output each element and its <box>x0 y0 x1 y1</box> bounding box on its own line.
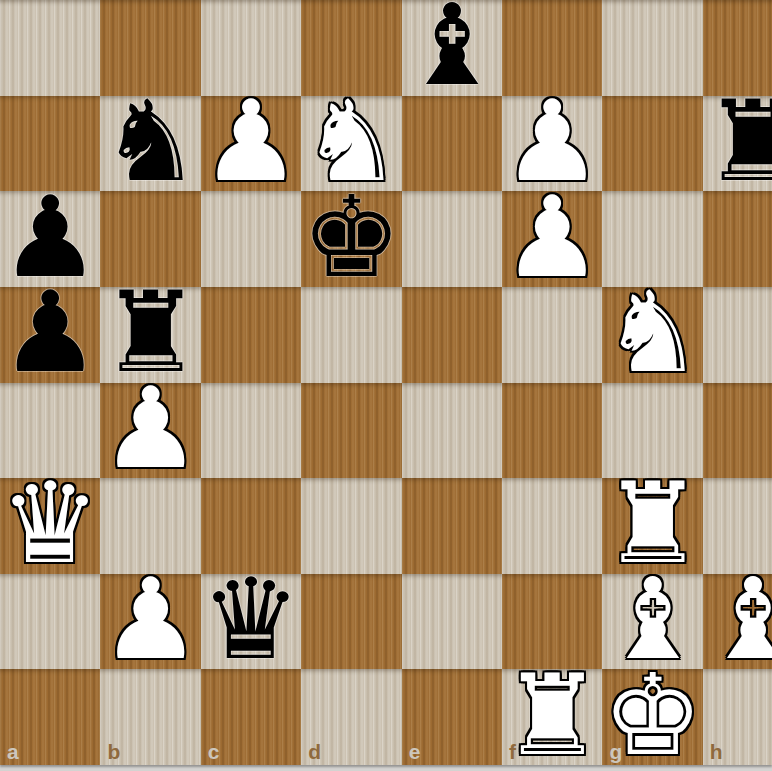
square-b4[interactable]: ♟ <box>100 383 200 479</box>
square-f1[interactable]: f♜ <box>502 669 602 765</box>
white-queen[interactable]: ♛ <box>0 476 100 571</box>
white-king[interactable]: ♚ <box>602 668 702 763</box>
square-a8[interactable] <box>0 0 100 96</box>
square-h5[interactable]: 5 <box>703 287 772 383</box>
black-knight[interactable]: ♞ <box>100 94 200 189</box>
black-queen[interactable]: ♛ <box>201 572 301 667</box>
square-h2[interactable]: 2♝ <box>703 574 772 670</box>
square-b7[interactable]: ♞ <box>100 96 200 192</box>
square-f6[interactable]: ♟ <box>502 191 602 287</box>
white-pawn[interactable]: ♟ <box>201 94 301 189</box>
square-e5[interactable] <box>402 287 502 383</box>
square-e1[interactable]: e <box>402 669 502 765</box>
file-label-b: b <box>107 741 120 762</box>
square-c4[interactable] <box>201 383 301 479</box>
square-c5[interactable] <box>201 287 301 383</box>
square-e8[interactable]: ♝ <box>402 0 502 96</box>
file-label-e: e <box>409 741 421 762</box>
black-pawn[interactable]: ♟ <box>0 285 100 380</box>
square-g5[interactable]: ♞ <box>602 287 702 383</box>
square-d3[interactable] <box>301 478 401 574</box>
square-d4[interactable] <box>301 383 401 479</box>
square-e4[interactable] <box>402 383 502 479</box>
black-king[interactable]: ♚ <box>301 190 401 285</box>
square-g1[interactable]: g♚ <box>602 669 702 765</box>
square-h7[interactable]: 7♜ <box>703 96 772 192</box>
white-knight[interactable]: ♞ <box>602 285 702 380</box>
square-a5[interactable]: ♟ <box>0 287 100 383</box>
white-pawn[interactable]: ♟ <box>100 572 200 667</box>
square-a3[interactable]: ♛ <box>0 478 100 574</box>
white-rook[interactable]: ♜ <box>502 668 602 763</box>
square-e6[interactable] <box>402 191 502 287</box>
square-d1[interactable]: d <box>301 669 401 765</box>
square-g7[interactable] <box>602 96 702 192</box>
square-a1[interactable]: a <box>0 669 100 765</box>
file-label-h: h <box>710 741 723 762</box>
square-d6[interactable]: ♚ <box>301 191 401 287</box>
white-pawn[interactable]: ♟ <box>502 190 602 285</box>
file-label-c: c <box>208 741 220 762</box>
black-rook[interactable]: ♜ <box>703 94 772 189</box>
square-f3[interactable] <box>502 478 602 574</box>
square-b2[interactable]: ♟ <box>100 574 200 670</box>
white-pawn[interactable]: ♟ <box>100 381 200 476</box>
square-g8[interactable] <box>602 0 702 96</box>
square-f4[interactable] <box>502 383 602 479</box>
square-h4[interactable]: 4 <box>703 383 772 479</box>
square-e3[interactable] <box>402 478 502 574</box>
square-c2[interactable]: ♛ <box>201 574 301 670</box>
square-e2[interactable] <box>402 574 502 670</box>
file-label-d: d <box>308 741 321 762</box>
square-d2[interactable] <box>301 574 401 670</box>
square-c7[interactable]: ♟ <box>201 96 301 192</box>
chess-board: ♝8♞♟♞♟7♜♟♚♟6♟♜♞5♟4♛♜3♟♛♝2♝abcdef♜g♚1h <box>0 0 772 765</box>
white-bishop[interactable]: ♝ <box>703 572 772 667</box>
black-bishop[interactable]: ♝ <box>402 0 502 93</box>
file-label-a: a <box>7 741 19 762</box>
